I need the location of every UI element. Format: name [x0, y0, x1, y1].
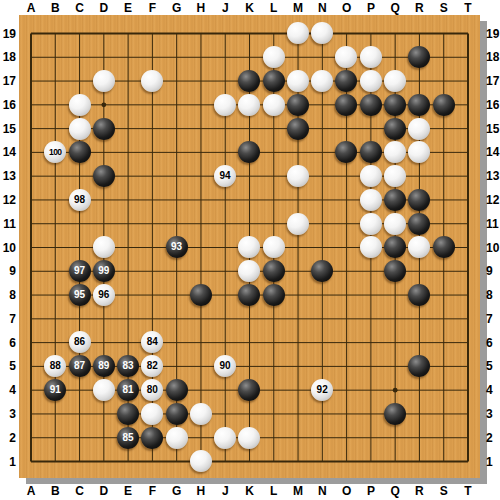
intersection-C5[interactable]: 87 — [67, 354, 91, 378]
intersection-D11[interactable] — [92, 212, 116, 236]
intersection-O11[interactable] — [334, 212, 358, 236]
intersection-H12[interactable] — [189, 188, 213, 212]
intersection-C12[interactable]: 98 — [67, 188, 91, 212]
intersection-D10[interactable] — [92, 236, 116, 260]
intersection-S13[interactable] — [431, 164, 455, 188]
intersection-G6[interactable] — [164, 331, 188, 355]
intersection-D5[interactable]: 89 — [92, 354, 116, 378]
intersection-F14[interactable] — [140, 140, 164, 164]
intersection-N9[interactable] — [310, 259, 334, 283]
intersection-A4[interactable] — [19, 378, 43, 402]
intersection-H1[interactable] — [189, 449, 213, 473]
intersection-H18[interactable] — [189, 45, 213, 69]
intersection-E7[interactable] — [116, 307, 140, 331]
intersection-D15[interactable] — [92, 117, 116, 141]
intersection-R6[interactable] — [407, 331, 431, 355]
intersection-O12[interactable] — [334, 188, 358, 212]
intersection-Q16[interactable] — [383, 93, 407, 117]
intersection-K18[interactable] — [237, 45, 261, 69]
intersection-G11[interactable] — [164, 212, 188, 236]
intersection-G8[interactable] — [164, 283, 188, 307]
intersection-R12[interactable] — [407, 188, 431, 212]
intersection-N6[interactable] — [310, 331, 334, 355]
intersection-L8[interactable] — [262, 283, 286, 307]
intersection-G1[interactable] — [164, 449, 188, 473]
intersection-A9[interactable] — [19, 259, 43, 283]
intersection-T3[interactable] — [456, 402, 480, 426]
intersection-K7[interactable] — [237, 307, 261, 331]
intersection-T19[interactable] — [456, 22, 480, 46]
intersection-M14[interactable] — [286, 140, 310, 164]
intersection-R16[interactable] — [407, 93, 431, 117]
intersection-A13[interactable] — [19, 164, 43, 188]
intersection-L16[interactable] — [262, 93, 286, 117]
intersection-T17[interactable] — [456, 69, 480, 93]
intersection-K3[interactable] — [237, 402, 261, 426]
intersection-K4[interactable] — [237, 378, 261, 402]
intersection-C15[interactable] — [67, 117, 91, 141]
intersection-K17[interactable] — [237, 69, 261, 93]
intersection-F12[interactable] — [140, 188, 164, 212]
intersection-D18[interactable] — [92, 45, 116, 69]
intersection-B11[interactable] — [43, 212, 67, 236]
intersection-L7[interactable] — [262, 307, 286, 331]
intersection-G9[interactable] — [164, 259, 188, 283]
intersection-N15[interactable] — [310, 117, 334, 141]
intersection-E16[interactable] — [116, 93, 140, 117]
intersection-F3[interactable] — [140, 402, 164, 426]
intersection-F1[interactable] — [140, 449, 164, 473]
intersection-D1[interactable] — [92, 449, 116, 473]
intersection-Q18[interactable] — [383, 45, 407, 69]
intersection-M6[interactable] — [286, 331, 310, 355]
intersection-P9[interactable] — [359, 259, 383, 283]
intersection-G19[interactable] — [164, 22, 188, 46]
intersection-T6[interactable] — [456, 331, 480, 355]
intersection-B18[interactable] — [43, 45, 67, 69]
intersection-O15[interactable] — [334, 117, 358, 141]
intersection-F13[interactable] — [140, 164, 164, 188]
intersection-R7[interactable] — [407, 307, 431, 331]
intersection-Q14[interactable] — [383, 140, 407, 164]
intersection-P18[interactable] — [359, 45, 383, 69]
intersection-O6[interactable] — [334, 331, 358, 355]
intersection-R19[interactable] — [407, 22, 431, 46]
intersection-N8[interactable] — [310, 283, 334, 307]
intersection-P16[interactable] — [359, 93, 383, 117]
intersection-M19[interactable] — [286, 22, 310, 46]
intersection-N17[interactable] — [310, 69, 334, 93]
intersection-J1[interactable] — [213, 449, 237, 473]
intersection-A14[interactable] — [19, 140, 43, 164]
intersection-E12[interactable] — [116, 188, 140, 212]
intersection-K12[interactable] — [237, 188, 261, 212]
intersection-J14[interactable] — [213, 140, 237, 164]
intersection-N2[interactable] — [310, 426, 334, 450]
intersection-C2[interactable] — [67, 426, 91, 450]
intersection-Q19[interactable] — [383, 22, 407, 46]
intersection-Q17[interactable] — [383, 69, 407, 93]
intersection-O17[interactable] — [334, 69, 358, 93]
intersection-R11[interactable] — [407, 212, 431, 236]
intersection-N13[interactable] — [310, 164, 334, 188]
intersection-K6[interactable] — [237, 331, 261, 355]
intersection-L11[interactable] — [262, 212, 286, 236]
intersection-R15[interactable] — [407, 117, 431, 141]
intersection-E15[interactable] — [116, 117, 140, 141]
intersection-E14[interactable] — [116, 140, 140, 164]
intersection-M15[interactable] — [286, 117, 310, 141]
intersection-B17[interactable] — [43, 69, 67, 93]
intersection-N18[interactable] — [310, 45, 334, 69]
intersection-L15[interactable] — [262, 117, 286, 141]
intersection-Q11[interactable] — [383, 212, 407, 236]
intersection-J9[interactable] — [213, 259, 237, 283]
intersection-J18[interactable] — [213, 45, 237, 69]
intersection-R10[interactable] — [407, 236, 431, 260]
intersection-J4[interactable] — [213, 378, 237, 402]
intersection-M4[interactable] — [286, 378, 310, 402]
intersection-G12[interactable] — [164, 188, 188, 212]
intersection-G4[interactable] — [164, 378, 188, 402]
intersection-S12[interactable] — [431, 188, 455, 212]
intersection-Q13[interactable] — [383, 164, 407, 188]
intersection-B6[interactable] — [43, 331, 67, 355]
intersection-T9[interactable] — [456, 259, 480, 283]
intersection-F6[interactable]: 84 — [140, 331, 164, 355]
intersection-F2[interactable] — [140, 426, 164, 450]
intersection-S4[interactable] — [431, 378, 455, 402]
intersection-F15[interactable] — [140, 117, 164, 141]
intersection-K5[interactable] — [237, 354, 261, 378]
intersection-E19[interactable] — [116, 22, 140, 46]
intersection-R1[interactable] — [407, 449, 431, 473]
intersection-A8[interactable] — [19, 283, 43, 307]
intersection-C9[interactable]: 97 — [67, 259, 91, 283]
intersection-A5[interactable] — [19, 354, 43, 378]
intersection-M10[interactable] — [286, 236, 310, 260]
intersection-G18[interactable] — [164, 45, 188, 69]
intersection-M7[interactable] — [286, 307, 310, 331]
intersection-A18[interactable] — [19, 45, 43, 69]
intersection-A12[interactable] — [19, 188, 43, 212]
intersection-F18[interactable] — [140, 45, 164, 69]
intersection-Q1[interactable] — [383, 449, 407, 473]
intersection-N14[interactable] — [310, 140, 334, 164]
intersection-C17[interactable] — [67, 69, 91, 93]
intersection-H14[interactable] — [189, 140, 213, 164]
intersection-A6[interactable] — [19, 331, 43, 355]
intersection-O3[interactable] — [334, 402, 358, 426]
intersection-B13[interactable] — [43, 164, 67, 188]
intersection-G7[interactable] — [164, 307, 188, 331]
intersection-S16[interactable] — [431, 93, 455, 117]
intersection-P19[interactable] — [359, 22, 383, 46]
intersection-P3[interactable] — [359, 402, 383, 426]
intersection-O13[interactable] — [334, 164, 358, 188]
intersection-S17[interactable] — [431, 69, 455, 93]
intersection-A3[interactable] — [19, 402, 43, 426]
intersection-H7[interactable] — [189, 307, 213, 331]
intersection-J12[interactable] — [213, 188, 237, 212]
intersection-D8[interactable]: 96 — [92, 283, 116, 307]
intersection-D19[interactable] — [92, 22, 116, 46]
intersection-L12[interactable] — [262, 188, 286, 212]
intersection-H16[interactable] — [189, 93, 213, 117]
intersection-J15[interactable] — [213, 117, 237, 141]
intersection-G17[interactable] — [164, 69, 188, 93]
intersection-O5[interactable] — [334, 354, 358, 378]
intersection-P2[interactable] — [359, 426, 383, 450]
intersection-T5[interactable] — [456, 354, 480, 378]
intersection-Q12[interactable] — [383, 188, 407, 212]
intersection-H4[interactable] — [189, 378, 213, 402]
intersection-J19[interactable] — [213, 22, 237, 46]
intersection-F7[interactable] — [140, 307, 164, 331]
intersection-A7[interactable] — [19, 307, 43, 331]
intersection-D17[interactable] — [92, 69, 116, 93]
intersection-Q15[interactable] — [383, 117, 407, 141]
intersection-T18[interactable] — [456, 45, 480, 69]
intersection-C19[interactable] — [67, 22, 91, 46]
intersection-N7[interactable] — [310, 307, 334, 331]
intersection-L13[interactable] — [262, 164, 286, 188]
intersection-T16[interactable] — [456, 93, 480, 117]
intersection-N10[interactable] — [310, 236, 334, 260]
intersection-T7[interactable] — [456, 307, 480, 331]
intersection-M5[interactable] — [286, 354, 310, 378]
intersection-L14[interactable] — [262, 140, 286, 164]
intersection-A10[interactable] — [19, 236, 43, 260]
intersection-F8[interactable] — [140, 283, 164, 307]
intersection-P17[interactable] — [359, 69, 383, 93]
intersection-E4[interactable]: 81 — [116, 378, 140, 402]
intersection-E5[interactable]: 83 — [116, 354, 140, 378]
intersection-C11[interactable] — [67, 212, 91, 236]
intersection-D2[interactable] — [92, 426, 116, 450]
intersection-E8[interactable] — [116, 283, 140, 307]
intersection-L2[interactable] — [262, 426, 286, 450]
intersection-F10[interactable] — [140, 236, 164, 260]
intersection-N4[interactable]: 92 — [310, 378, 334, 402]
intersection-H11[interactable] — [189, 212, 213, 236]
intersection-J7[interactable] — [213, 307, 237, 331]
intersection-C1[interactable] — [67, 449, 91, 473]
intersection-A19[interactable] — [19, 22, 43, 46]
intersection-F11[interactable] — [140, 212, 164, 236]
intersection-T13[interactable] — [456, 164, 480, 188]
intersection-M17[interactable] — [286, 69, 310, 93]
intersection-D16[interactable] — [92, 93, 116, 117]
intersection-C14[interactable] — [67, 140, 91, 164]
intersection-K2[interactable] — [237, 426, 261, 450]
intersection-E13[interactable] — [116, 164, 140, 188]
intersection-C6[interactable]: 86 — [67, 331, 91, 355]
intersection-Q3[interactable] — [383, 402, 407, 426]
intersection-S3[interactable] — [431, 402, 455, 426]
intersection-K13[interactable] — [237, 164, 261, 188]
intersection-C16[interactable] — [67, 93, 91, 117]
intersection-G2[interactable] — [164, 426, 188, 450]
intersection-C4[interactable] — [67, 378, 91, 402]
intersection-S1[interactable] — [431, 449, 455, 473]
intersection-B7[interactable] — [43, 307, 67, 331]
intersection-E11[interactable] — [116, 212, 140, 236]
intersection-F9[interactable] — [140, 259, 164, 283]
intersection-J16[interactable] — [213, 93, 237, 117]
intersection-A16[interactable] — [19, 93, 43, 117]
intersection-B5[interactable]: 88 — [43, 354, 67, 378]
intersection-P11[interactable] — [359, 212, 383, 236]
intersection-O9[interactable] — [334, 259, 358, 283]
intersection-H10[interactable] — [189, 236, 213, 260]
intersection-B16[interactable] — [43, 93, 67, 117]
intersection-A17[interactable] — [19, 69, 43, 93]
intersection-D9[interactable]: 99 — [92, 259, 116, 283]
intersection-S10[interactable] — [431, 236, 455, 260]
intersection-T8[interactable] — [456, 283, 480, 307]
intersection-E9[interactable] — [116, 259, 140, 283]
intersection-L9[interactable] — [262, 259, 286, 283]
intersection-H15[interactable] — [189, 117, 213, 141]
intersection-D12[interactable] — [92, 188, 116, 212]
intersection-G5[interactable] — [164, 354, 188, 378]
intersection-M1[interactable] — [286, 449, 310, 473]
intersection-L1[interactable] — [262, 449, 286, 473]
intersection-E17[interactable] — [116, 69, 140, 93]
intersection-K10[interactable] — [237, 236, 261, 260]
intersection-N5[interactable] — [310, 354, 334, 378]
intersection-B12[interactable] — [43, 188, 67, 212]
intersection-H3[interactable] — [189, 402, 213, 426]
intersection-O4[interactable] — [334, 378, 358, 402]
intersection-Q4[interactable] — [383, 378, 407, 402]
intersection-E10[interactable] — [116, 236, 140, 260]
intersection-C10[interactable] — [67, 236, 91, 260]
intersection-J13[interactable]: 94 — [213, 164, 237, 188]
intersection-D13[interactable] — [92, 164, 116, 188]
intersection-T1[interactable] — [456, 449, 480, 473]
intersection-B10[interactable] — [43, 236, 67, 260]
intersection-A15[interactable] — [19, 117, 43, 141]
intersection-K11[interactable] — [237, 212, 261, 236]
intersection-G3[interactable] — [164, 402, 188, 426]
intersection-M11[interactable] — [286, 212, 310, 236]
intersection-S8[interactable] — [431, 283, 455, 307]
intersection-K9[interactable] — [237, 259, 261, 283]
intersection-N3[interactable] — [310, 402, 334, 426]
intersection-B3[interactable] — [43, 402, 67, 426]
board-intersections[interactable]: 1009498939799959686848887898382909181809… — [19, 22, 480, 474]
intersection-P13[interactable] — [359, 164, 383, 188]
intersection-D4[interactable] — [92, 378, 116, 402]
intersection-M8[interactable] — [286, 283, 310, 307]
intersection-R2[interactable] — [407, 426, 431, 450]
intersection-S15[interactable] — [431, 117, 455, 141]
intersection-B15[interactable] — [43, 117, 67, 141]
intersection-Q10[interactable] — [383, 236, 407, 260]
intersection-G16[interactable] — [164, 93, 188, 117]
intersection-S11[interactable] — [431, 212, 455, 236]
intersection-E2[interactable]: 85 — [116, 426, 140, 450]
intersection-A2[interactable] — [19, 426, 43, 450]
intersection-K14[interactable] — [237, 140, 261, 164]
intersection-O16[interactable] — [334, 93, 358, 117]
intersection-H9[interactable] — [189, 259, 213, 283]
intersection-C8[interactable]: 95 — [67, 283, 91, 307]
intersection-S7[interactable] — [431, 307, 455, 331]
intersection-T10[interactable] — [456, 236, 480, 260]
intersection-A1[interactable] — [19, 449, 43, 473]
intersection-S2[interactable] — [431, 426, 455, 450]
intersection-P5[interactable] — [359, 354, 383, 378]
intersection-F17[interactable] — [140, 69, 164, 93]
intersection-C13[interactable] — [67, 164, 91, 188]
intersection-B1[interactable] — [43, 449, 67, 473]
intersection-R8[interactable] — [407, 283, 431, 307]
intersection-T2[interactable] — [456, 426, 480, 450]
intersection-T4[interactable] — [456, 378, 480, 402]
intersection-O1[interactable] — [334, 449, 358, 473]
intersection-Q6[interactable] — [383, 331, 407, 355]
intersection-O19[interactable] — [334, 22, 358, 46]
intersection-H6[interactable] — [189, 331, 213, 355]
intersection-T11[interactable] — [456, 212, 480, 236]
intersection-B14[interactable]: 100 — [43, 140, 67, 164]
intersection-B2[interactable] — [43, 426, 67, 450]
intersection-N16[interactable] — [310, 93, 334, 117]
intersection-R18[interactable] — [407, 45, 431, 69]
intersection-S5[interactable] — [431, 354, 455, 378]
intersection-S9[interactable] — [431, 259, 455, 283]
intersection-M16[interactable] — [286, 93, 310, 117]
intersection-L10[interactable] — [262, 236, 286, 260]
intersection-A11[interactable] — [19, 212, 43, 236]
intersection-M18[interactable] — [286, 45, 310, 69]
intersection-K15[interactable] — [237, 117, 261, 141]
intersection-K19[interactable] — [237, 22, 261, 46]
intersection-K16[interactable] — [237, 93, 261, 117]
intersection-R14[interactable] — [407, 140, 431, 164]
intersection-J10[interactable] — [213, 236, 237, 260]
intersection-R9[interactable] — [407, 259, 431, 283]
intersection-M12[interactable] — [286, 188, 310, 212]
intersection-G13[interactable] — [164, 164, 188, 188]
intersection-M2[interactable] — [286, 426, 310, 450]
intersection-H19[interactable] — [189, 22, 213, 46]
intersection-P10[interactable] — [359, 236, 383, 260]
intersection-O14[interactable] — [334, 140, 358, 164]
intersection-P15[interactable] — [359, 117, 383, 141]
intersection-P6[interactable] — [359, 331, 383, 355]
intersection-O18[interactable] — [334, 45, 358, 69]
intersection-L4[interactable] — [262, 378, 286, 402]
intersection-P12[interactable] — [359, 188, 383, 212]
intersection-E1[interactable] — [116, 449, 140, 473]
intersection-M9[interactable] — [286, 259, 310, 283]
intersection-Q5[interactable] — [383, 354, 407, 378]
intersection-L18[interactable] — [262, 45, 286, 69]
intersection-B4[interactable]: 91 — [43, 378, 67, 402]
intersection-C18[interactable] — [67, 45, 91, 69]
intersection-E6[interactable] — [116, 331, 140, 355]
intersection-S6[interactable] — [431, 331, 455, 355]
intersection-J5[interactable]: 90 — [213, 354, 237, 378]
intersection-G15[interactable] — [164, 117, 188, 141]
intersection-F5[interactable]: 82 — [140, 354, 164, 378]
intersection-N1[interactable] — [310, 449, 334, 473]
intersection-M13[interactable] — [286, 164, 310, 188]
